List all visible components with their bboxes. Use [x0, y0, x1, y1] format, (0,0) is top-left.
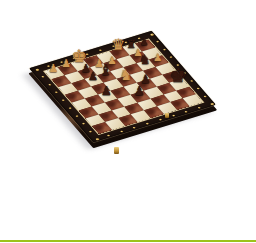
product-image[interactable]: ♟♟♚♛♜♟♟♟♟♟♟♝♞♟♞♟♟♟♚: [0, 0, 256, 170]
brass-latch: [114, 147, 119, 154]
chess-board: [28, 30, 217, 143]
accent-divider: [0, 240, 256, 242]
brass-hinge: [165, 113, 169, 118]
page: ♟♟♚♛♜♟♟♟♟♟♟♝♞♟♞♟♟♟♚: [0, 0, 256, 243]
